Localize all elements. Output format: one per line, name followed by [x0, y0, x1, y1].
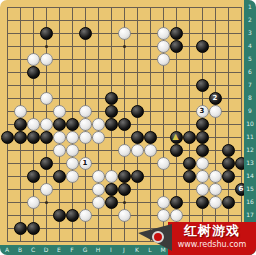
black-stone	[79, 27, 92, 40]
white-stone: 3	[196, 105, 209, 118]
black-stone	[144, 131, 157, 144]
white-stone	[105, 170, 118, 183]
grid-line	[7, 72, 242, 73]
black-stone	[170, 40, 183, 53]
white-stone	[53, 131, 66, 144]
white-stone	[40, 183, 53, 196]
black-stone	[53, 118, 66, 131]
white-stone	[118, 27, 131, 40]
white-stone	[66, 131, 79, 144]
black-stone	[27, 170, 40, 183]
white-stone	[27, 53, 40, 66]
column-label: E	[53, 247, 66, 253]
go-board: 23▲16	[0, 0, 244, 245]
white-stone	[92, 170, 105, 183]
white-stone	[144, 144, 157, 157]
column-label: B	[14, 247, 27, 253]
star-point	[45, 201, 48, 204]
row-ruler: 12345678910111213141516171819	[244, 0, 256, 255]
white-stone	[196, 183, 209, 196]
black-stone	[118, 170, 131, 183]
watermark-title: 红树游戏	[168, 223, 256, 239]
row-label: 2	[244, 17, 256, 23]
row-label: 12	[244, 147, 256, 153]
white-stone	[157, 53, 170, 66]
white-stone	[92, 131, 105, 144]
black-stone	[27, 66, 40, 79]
watermark-dot-icon	[152, 231, 164, 243]
black-stone	[40, 131, 53, 144]
black-stone	[222, 157, 235, 170]
white-stone	[92, 196, 105, 209]
black-stone	[105, 92, 118, 105]
star-point	[45, 45, 48, 48]
black-stone	[53, 209, 66, 222]
watermark-url: www.redshu.com	[168, 241, 256, 249]
white-stone	[79, 118, 92, 131]
black-stone	[170, 27, 183, 40]
column-label: J	[118, 247, 131, 253]
row-label: 4	[244, 43, 256, 49]
black-stone	[14, 222, 27, 235]
white-stone	[118, 144, 131, 157]
black-stone	[105, 183, 118, 196]
white-stone	[40, 53, 53, 66]
grid-line	[189, 7, 190, 242]
white-stone	[27, 118, 40, 131]
row-label: 10	[244, 121, 256, 127]
white-stone	[157, 27, 170, 40]
white-stone	[79, 105, 92, 118]
black-stone	[1, 131, 14, 144]
white-stone	[92, 118, 105, 131]
white-stone	[157, 209, 170, 222]
white-stone	[92, 183, 105, 196]
white-stone	[196, 157, 209, 170]
column-label: D	[40, 247, 53, 253]
black-stone	[66, 209, 79, 222]
star-point	[123, 201, 126, 204]
star-point	[123, 45, 126, 48]
white-stone	[66, 144, 79, 157]
row-label: 8	[244, 95, 256, 101]
grid-line	[7, 7, 8, 242]
black-stone	[40, 27, 53, 40]
black-stone	[196, 196, 209, 209]
white-stone	[157, 157, 170, 170]
black-stone	[66, 118, 79, 131]
white-stone	[209, 170, 222, 183]
black-stone	[40, 157, 53, 170]
column-label: C	[27, 247, 40, 253]
white-stone	[170, 209, 183, 222]
black-stone	[118, 183, 131, 196]
row-label: 7	[244, 82, 256, 88]
black-stone: ▲	[170, 131, 183, 144]
row-label: 9	[244, 108, 256, 114]
black-stone	[183, 157, 196, 170]
white-stone	[157, 196, 170, 209]
move-number: 3	[200, 108, 205, 115]
row-label: 17	[244, 212, 256, 218]
black-stone	[131, 105, 144, 118]
row-label: 6	[244, 69, 256, 75]
black-stone	[222, 196, 235, 209]
black-stone: 2	[209, 92, 222, 105]
column-label: A	[1, 247, 14, 253]
black-stone	[105, 196, 118, 209]
grid-line	[150, 7, 151, 242]
black-stone	[170, 144, 183, 157]
white-stone	[209, 105, 222, 118]
black-stone	[131, 170, 144, 183]
white-stone	[66, 170, 79, 183]
white-stone	[196, 170, 209, 183]
white-stone	[14, 105, 27, 118]
white-stone	[40, 92, 53, 105]
grid-line	[7, 20, 242, 21]
move-number: 1	[83, 160, 88, 167]
black-stone	[53, 170, 66, 183]
white-stone	[27, 196, 40, 209]
white-stone	[157, 40, 170, 53]
black-stone	[27, 222, 40, 235]
black-stone	[14, 131, 27, 144]
row-label: 5	[244, 56, 256, 62]
black-stone	[196, 144, 209, 157]
black-stone	[118, 118, 131, 131]
black-stone	[196, 79, 209, 92]
white-stone	[66, 157, 79, 170]
black-stone	[222, 144, 235, 157]
black-stone	[27, 131, 40, 144]
black-stone	[183, 170, 196, 183]
grid-line	[241, 7, 242, 242]
white-stone	[53, 144, 66, 157]
white-stone: 1	[79, 157, 92, 170]
go-diagram: 23▲16 ABCDEFGHIJKLMNOPQRS 12345678910111…	[0, 0, 256, 255]
black-stone	[105, 105, 118, 118]
white-stone	[79, 209, 92, 222]
white-stone	[118, 209, 131, 222]
black-stone	[196, 40, 209, 53]
white-stone	[209, 196, 222, 209]
triangle-mark-icon: ▲	[173, 133, 179, 141]
row-label: 1	[244, 4, 256, 10]
black-stone	[222, 170, 235, 183]
grid-line	[7, 7, 242, 8]
black-stone	[131, 131, 144, 144]
white-stone	[79, 131, 92, 144]
column-label: H	[92, 247, 105, 253]
white-stone	[53, 105, 66, 118]
row-label: 11	[244, 134, 256, 140]
row-label: 3	[244, 30, 256, 36]
row-label: 16	[244, 199, 256, 205]
white-stone	[131, 144, 144, 157]
move-number: 2	[213, 95, 218, 102]
white-stone	[209, 183, 222, 196]
black-stone	[196, 118, 209, 131]
move-number: 6	[239, 186, 244, 193]
column-label: I	[105, 247, 118, 253]
black-stone	[14, 118, 27, 131]
watermark-banner: 红树游戏 www.redshu.com	[168, 222, 256, 255]
row-label: 15	[244, 186, 256, 192]
grid-line	[137, 7, 138, 242]
black-stone	[183, 131, 196, 144]
black-stone	[105, 118, 118, 131]
column-label: G	[79, 247, 92, 253]
black-stone	[196, 131, 209, 144]
row-label: 14	[244, 173, 256, 179]
white-stone	[40, 118, 53, 131]
row-label: 13	[244, 160, 256, 166]
column-label: F	[66, 247, 79, 253]
black-stone	[170, 196, 183, 209]
